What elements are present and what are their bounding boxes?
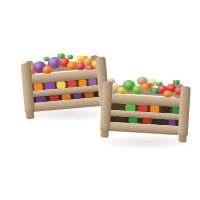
produce-leaf-sprig [67,54,73,60]
vegetable-crate [99,79,191,146]
fruit-crate [20,54,110,123]
crate-leg [26,111,35,120]
crate-leg [178,134,186,142]
produce-leaf-sprig [173,80,180,85]
crate-corner-post [178,86,191,136]
crate-leg [100,129,108,137]
product-photo [0,0,200,200]
